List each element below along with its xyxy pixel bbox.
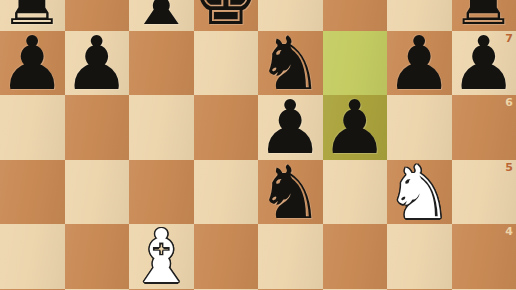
square-b5[interactable] bbox=[65, 160, 130, 225]
square-c8[interactable]: ♝ bbox=[129, 0, 194, 31]
rank-label-5: 5 bbox=[505, 161, 513, 174]
square-d5[interactable] bbox=[194, 160, 259, 225]
square-c4[interactable]: ♝ bbox=[129, 224, 194, 289]
square-b4[interactable] bbox=[65, 224, 130, 289]
square-g5[interactable]: ♞ bbox=[387, 160, 452, 225]
rank-label-7: 7 bbox=[505, 32, 513, 45]
square-h5[interactable]: 5 bbox=[452, 160, 516, 225]
black-pawn-piece[interactable]: ♟ bbox=[387, 31, 452, 96]
black-pawn-piece[interactable]: ♟ bbox=[0, 31, 65, 96]
white-bishop-piece[interactable]: ♝ bbox=[129, 224, 194, 289]
square-f4[interactable] bbox=[323, 224, 388, 289]
black-knight-piece[interactable]: ♞ bbox=[258, 160, 323, 225]
square-b7[interactable]: ♟ bbox=[65, 31, 130, 96]
square-g7[interactable]: ♟ bbox=[387, 31, 452, 96]
rank-label-4: 4 bbox=[505, 225, 513, 238]
square-a4[interactable] bbox=[0, 224, 65, 289]
black-bishop-piece[interactable]: ♝ bbox=[129, 0, 194, 31]
square-e5[interactable]: ♞ bbox=[258, 160, 323, 225]
black-pawn-piece[interactable]: ♟ bbox=[323, 95, 388, 160]
square-c6[interactable] bbox=[129, 95, 194, 160]
square-h4[interactable]: 4 bbox=[452, 224, 516, 289]
chess-board[interactable]: ♜♝♚♜♟♟♞♟7♟♟♟6♞♞5♝4 bbox=[0, 0, 516, 290]
board-viewport: ♜♝♚♜♟♟♞♟7♟♟♟6♞♞5♝4 bbox=[0, 0, 516, 290]
square-f6[interactable]: ♟ bbox=[323, 95, 388, 160]
square-d6[interactable] bbox=[194, 95, 259, 160]
square-h7[interactable]: 7♟ bbox=[452, 31, 516, 96]
square-f8[interactable] bbox=[323, 0, 388, 31]
square-a5[interactable] bbox=[0, 160, 65, 225]
white-knight-piece[interactable]: ♞ bbox=[387, 160, 452, 225]
black-pawn-piece[interactable]: ♟ bbox=[65, 31, 130, 96]
black-king-piece[interactable]: ♚ bbox=[194, 0, 259, 31]
square-d4[interactable] bbox=[194, 224, 259, 289]
square-a7[interactable]: ♟ bbox=[0, 31, 65, 96]
square-d8[interactable]: ♚ bbox=[194, 0, 259, 31]
rank-label-6: 6 bbox=[505, 96, 513, 109]
